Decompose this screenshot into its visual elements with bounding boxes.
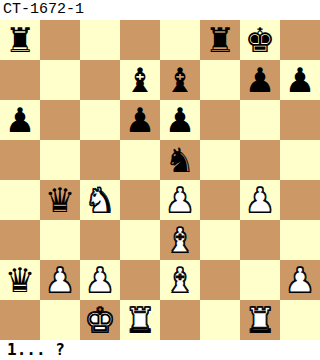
square-f2[interactable]	[200, 260, 240, 300]
black-king: ♚	[245, 20, 275, 60]
square-h4[interactable]	[280, 180, 320, 220]
square-a4[interactable]	[0, 180, 40, 220]
square-c1[interactable]: ♚	[80, 300, 120, 340]
black-pawn: ♟	[245, 60, 275, 100]
square-c8[interactable]	[80, 20, 120, 60]
chess-board: ♜♜♚♝♝♟♟♟♟♟♞♛♞♟♟♝♛♟♟♝♟♚♜♜	[0, 20, 320, 340]
white-pawn: ♟	[165, 180, 195, 220]
square-b3[interactable]	[40, 220, 80, 260]
square-d8[interactable]	[120, 20, 160, 60]
square-f3[interactable]	[200, 220, 240, 260]
white-pawn: ♟	[245, 180, 275, 220]
square-c2[interactable]: ♟	[80, 260, 120, 300]
square-f8[interactable]: ♜	[200, 20, 240, 60]
square-b8[interactable]	[40, 20, 80, 60]
square-g7[interactable]: ♟	[240, 60, 280, 100]
square-a2[interactable]: ♛	[0, 260, 40, 300]
square-g2[interactable]	[240, 260, 280, 300]
white-pawn: ♟	[285, 260, 315, 300]
square-b4[interactable]: ♛	[40, 180, 80, 220]
square-h1[interactable]	[280, 300, 320, 340]
square-h3[interactable]	[280, 220, 320, 260]
puzzle-id: CT-1672-1	[0, 0, 84, 20]
status-bar: 1... ?	[0, 340, 320, 360]
square-g8[interactable]: ♚	[240, 20, 280, 60]
white-bishop: ♝	[165, 220, 195, 260]
square-b7[interactable]	[40, 60, 80, 100]
square-b1[interactable]	[40, 300, 80, 340]
square-d4[interactable]	[120, 180, 160, 220]
square-g3[interactable]	[240, 220, 280, 260]
square-e8[interactable]	[160, 20, 200, 60]
square-e6[interactable]: ♟	[160, 100, 200, 140]
square-h8[interactable]	[280, 20, 320, 60]
square-e3[interactable]: ♝	[160, 220, 200, 260]
square-a6[interactable]: ♟	[0, 100, 40, 140]
square-h7[interactable]: ♟	[280, 60, 320, 100]
square-f4[interactable]	[200, 180, 240, 220]
square-d5[interactable]	[120, 140, 160, 180]
square-h2[interactable]: ♟	[280, 260, 320, 300]
white-pawn: ♟	[45, 260, 75, 300]
black-pawn: ♟	[5, 100, 35, 140]
square-f1[interactable]	[200, 300, 240, 340]
black-pawn: ♟	[125, 100, 155, 140]
square-a5[interactable]	[0, 140, 40, 180]
square-e1[interactable]	[160, 300, 200, 340]
black-bishop: ♝	[165, 60, 195, 100]
white-king: ♚	[85, 300, 115, 340]
square-g4[interactable]: ♟	[240, 180, 280, 220]
black-pawn: ♟	[285, 60, 315, 100]
square-d2[interactable]	[120, 260, 160, 300]
title-bar: CT-1672-1	[0, 0, 320, 20]
square-g5[interactable]	[240, 140, 280, 180]
square-g6[interactable]	[240, 100, 280, 140]
square-e7[interactable]: ♝	[160, 60, 200, 100]
square-d3[interactable]	[120, 220, 160, 260]
square-g1[interactable]: ♜	[240, 300, 280, 340]
square-b6[interactable]	[40, 100, 80, 140]
white-knight: ♞	[85, 180, 115, 220]
black-rook: ♜	[205, 20, 235, 60]
square-d6[interactable]: ♟	[120, 100, 160, 140]
square-e4[interactable]: ♟	[160, 180, 200, 220]
white-bishop: ♝	[165, 260, 195, 300]
square-c7[interactable]	[80, 60, 120, 100]
square-c3[interactable]	[80, 220, 120, 260]
white-pawn: ♟	[85, 260, 115, 300]
square-f5[interactable]	[200, 140, 240, 180]
square-h5[interactable]	[280, 140, 320, 180]
square-e5[interactable]: ♞	[160, 140, 200, 180]
square-e2[interactable]: ♝	[160, 260, 200, 300]
black-rook: ♜	[5, 20, 35, 60]
black-knight: ♞	[165, 140, 195, 180]
square-d1[interactable]: ♜	[120, 300, 160, 340]
square-h6[interactable]	[280, 100, 320, 140]
black-queen: ♛	[45, 180, 75, 220]
black-pawn: ♟	[165, 100, 195, 140]
square-c4[interactable]: ♞	[80, 180, 120, 220]
white-rook: ♜	[125, 300, 155, 340]
square-a7[interactable]	[0, 60, 40, 100]
square-c6[interactable]	[80, 100, 120, 140]
square-b2[interactable]: ♟	[40, 260, 80, 300]
square-a3[interactable]	[0, 220, 40, 260]
square-f7[interactable]	[200, 60, 240, 100]
square-c5[interactable]	[80, 140, 120, 180]
square-a8[interactable]: ♜	[0, 20, 40, 60]
black-queen: ♛	[5, 260, 35, 300]
move-prompt: 1... ?	[0, 340, 65, 360]
square-d7[interactable]: ♝	[120, 60, 160, 100]
white-rook: ♜	[245, 300, 275, 340]
black-bishop: ♝	[125, 60, 155, 100]
square-b5[interactable]	[40, 140, 80, 180]
square-a1[interactable]	[0, 300, 40, 340]
square-f6[interactable]	[200, 100, 240, 140]
